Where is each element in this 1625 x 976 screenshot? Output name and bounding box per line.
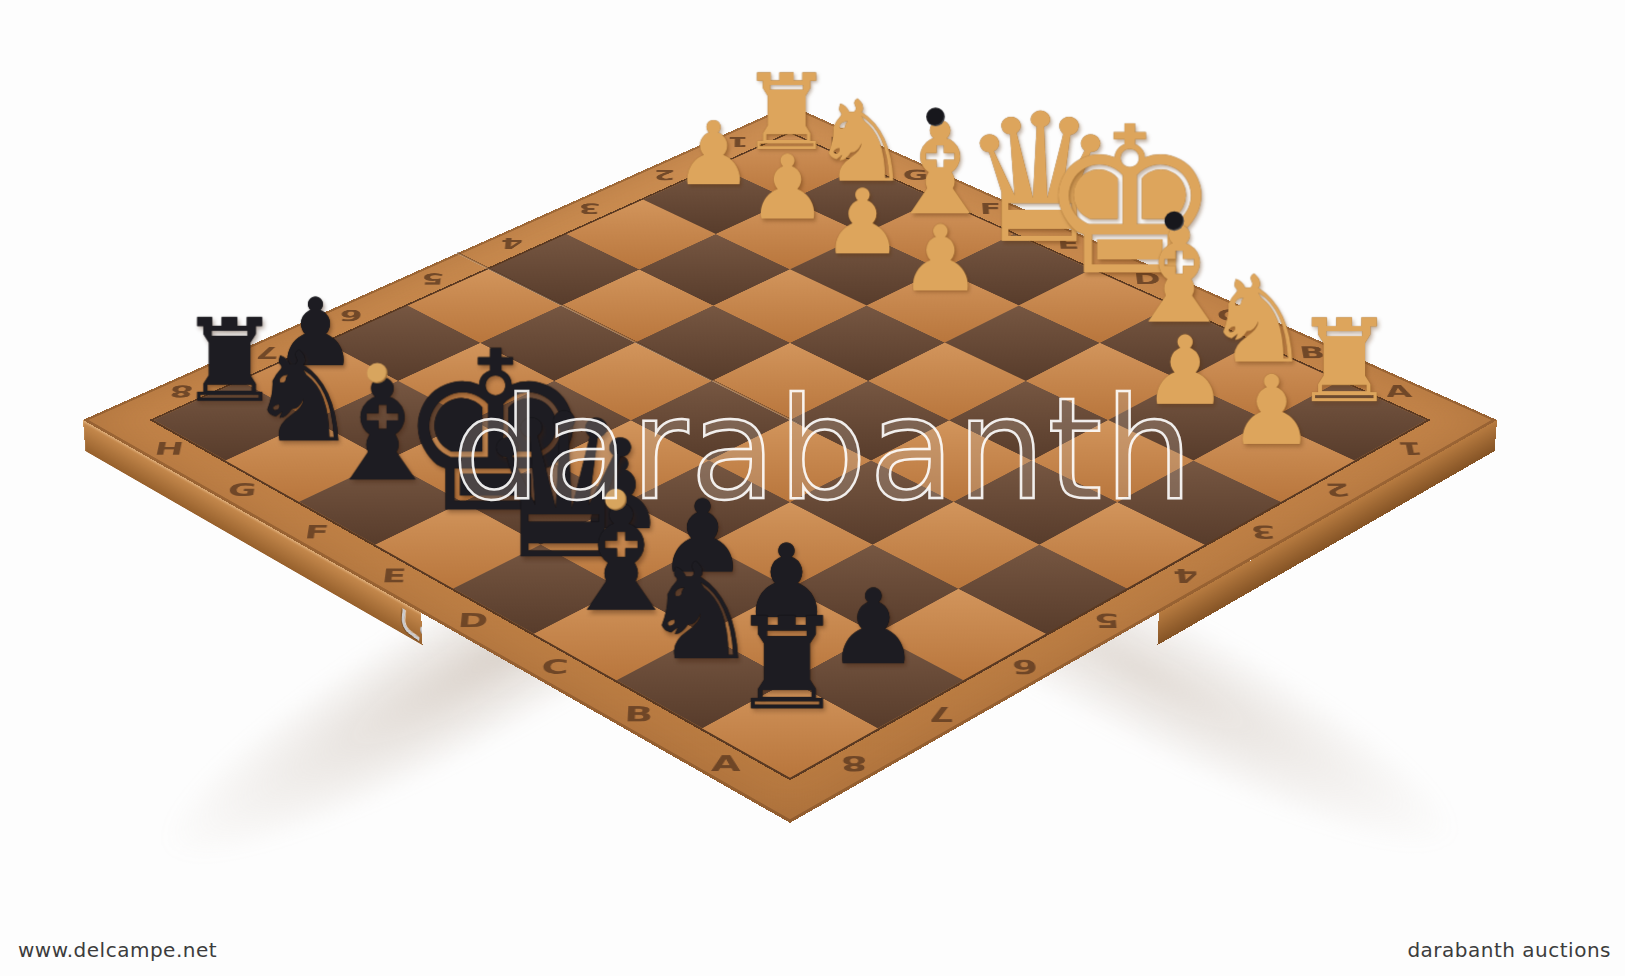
coord-number-near: 5 (1093, 611, 1120, 630)
coord-number-near: 3 (1249, 523, 1276, 541)
board-grid: ♜♞♝♛♚♝♞♜♟♟♟♟♟♟♟♟♟♟♟♜♞♝♚♛♝♞♜ (154, 133, 1427, 777)
coord-letter-near: A (711, 753, 741, 774)
coord-number-near: 6 (1012, 657, 1039, 677)
white-bishop-finial (926, 107, 945, 126)
auction-photo: ♜♞♝♛♚♝♞♜♟♟♟♟♟♟♟♟♟♟♟♜♞♝♚♛♝♞♜ HGFEDCBA1234… (0, 0, 1625, 976)
coord-letter-near: E (381, 566, 408, 585)
coord-number-near: 8 (841, 753, 868, 774)
coord-letter-near: C (541, 657, 570, 677)
coord-number-near: 4 (1172, 566, 1199, 585)
coord-number-far: 3 (578, 201, 601, 216)
white-bishop-finial (1164, 211, 1184, 231)
latch-screw (420, 625, 428, 639)
black-bishop-finial (605, 489, 627, 511)
chessboard: ♜♞♝♛♚♝♞♜♟♟♟♟♟♟♟♟♟♟♟♜♞♝♚♛♝♞♜ HGFEDCBA1234… (83, 105, 1497, 823)
coord-number-far: 4 (500, 236, 524, 251)
coord-letter-near: F (303, 523, 330, 541)
coord-number-near: 7 (928, 704, 955, 725)
coord-letter-near: B (624, 704, 654, 725)
coord-letter-near: H (153, 440, 185, 457)
coord-number-far: 5 (420, 271, 445, 286)
white-pawn: ♟ (886, 213, 994, 304)
latch-hook-wire (401, 608, 421, 642)
coord-number-near: 2 (1324, 481, 1352, 499)
coord-number-near: 1 (1397, 440, 1425, 457)
watermark-bottom-right: darabanth auctions (1407, 938, 1611, 962)
white-pawn: ♟ (1214, 363, 1328, 459)
watermark-bottom-left: www.delcampe.net (18, 938, 217, 962)
coord-letter-near: G (226, 481, 258, 499)
latch-hook (399, 605, 429, 651)
black-bishop-finial (367, 363, 388, 384)
black-rook: ♜ (724, 600, 849, 727)
coord-letter-near: D (457, 611, 489, 630)
